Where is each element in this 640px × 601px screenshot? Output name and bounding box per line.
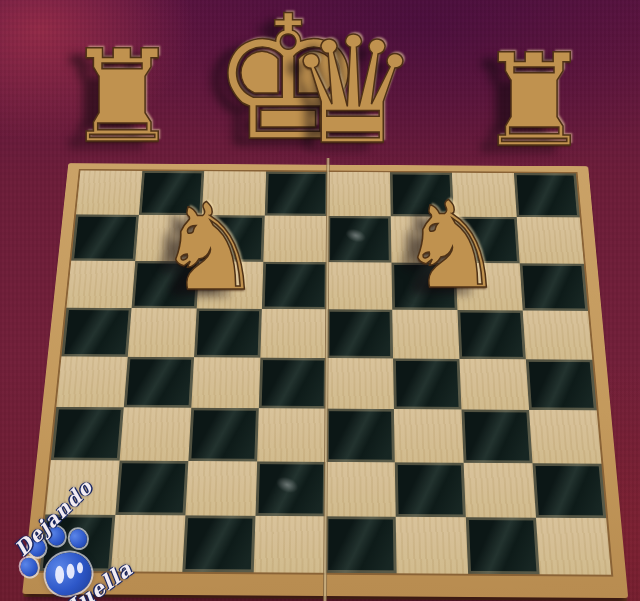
square-b7	[135, 215, 202, 261]
square-h1	[536, 517, 611, 574]
square-c1	[182, 515, 255, 572]
paw-toe-icon	[67, 527, 89, 551]
square-f1	[396, 517, 468, 574]
square-g7	[454, 217, 520, 263]
square-f3	[394, 409, 464, 462]
square-f4	[393, 358, 461, 409]
square-a4	[56, 356, 127, 407]
watermark: Dejando Huella	[0, 470, 162, 601]
square-a8	[76, 170, 142, 214]
square-c7	[199, 215, 264, 261]
square-h8	[514, 173, 580, 218]
square-h7	[517, 217, 584, 263]
square-e5	[327, 309, 393, 358]
square-b8	[139, 171, 204, 216]
square-h3	[529, 410, 601, 463]
square-a5	[61, 307, 131, 356]
square-d7	[263, 216, 327, 262]
square-d1	[254, 516, 326, 573]
square-h4	[526, 359, 597, 410]
square-d5	[260, 309, 327, 358]
square-f8	[390, 172, 454, 217]
square-a3	[51, 407, 124, 460]
square-c2	[185, 461, 257, 516]
square-e7	[327, 216, 391, 262]
square-d4	[259, 358, 327, 409]
square-e4	[326, 358, 394, 409]
paw-swirl-icon	[77, 562, 83, 573]
square-b6	[132, 261, 200, 309]
square-b3	[120, 408, 192, 461]
square-g8	[452, 173, 517, 218]
square-g2	[464, 462, 536, 517]
square-c8	[202, 171, 266, 216]
square-e6	[327, 262, 392, 310]
square-f5	[392, 309, 459, 358]
square-c3	[188, 408, 258, 461]
square-h2	[532, 463, 606, 518]
square-e8	[328, 172, 391, 217]
square-b5	[128, 308, 197, 357]
square-c4	[191, 357, 260, 408]
square-f2	[395, 462, 466, 517]
square-d3	[257, 408, 326, 461]
square-c5	[194, 308, 262, 357]
square-h6	[520, 263, 588, 311]
square-g4	[459, 359, 529, 410]
square-c6	[197, 261, 264, 309]
square-g6	[456, 263, 523, 311]
paw-toe-icon	[18, 555, 40, 579]
square-a6	[66, 260, 135, 308]
square-e3	[326, 409, 395, 462]
square-e2	[326, 461, 396, 516]
paw-swirl-icon	[55, 566, 65, 584]
square-g1	[466, 517, 540, 574]
square-b4	[124, 357, 194, 408]
square-d2	[255, 461, 325, 516]
square-f7	[391, 216, 456, 262]
square-d8	[265, 172, 328, 217]
paw-swirl-icon	[66, 564, 75, 579]
square-a7	[71, 215, 139, 261]
square-h5	[523, 310, 593, 359]
square-g5	[457, 310, 525, 359]
square-e1	[325, 516, 396, 573]
square-f6	[391, 262, 457, 310]
square-g3	[461, 410, 532, 463]
square-d6	[262, 261, 328, 309]
